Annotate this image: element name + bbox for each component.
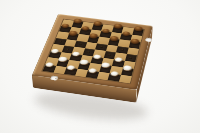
checkers-board xyxy=(41,19,145,84)
white-peg[interactable] xyxy=(66,65,76,71)
dark-peg[interactable] xyxy=(61,23,70,28)
white-peg[interactable] xyxy=(114,57,123,63)
peg-hole xyxy=(108,54,112,56)
white-peg[interactable] xyxy=(79,59,88,65)
dark-peg[interactable] xyxy=(134,26,143,31)
white-peg[interactable] xyxy=(58,56,67,62)
board-square[interactable] xyxy=(119,74,132,83)
board-square[interactable] xyxy=(54,38,67,46)
peg-hole xyxy=(66,48,70,50)
dark-peg[interactable] xyxy=(68,30,77,35)
dark-peg[interactable] xyxy=(101,28,110,33)
dark-peg[interactable] xyxy=(122,31,131,36)
dark-peg[interactable] xyxy=(130,38,139,44)
peg-hole xyxy=(99,46,103,48)
white-peg[interactable] xyxy=(123,65,132,71)
dark-peg[interactable] xyxy=(93,21,102,26)
box-lid-top xyxy=(32,14,153,90)
peg-hole xyxy=(129,57,133,59)
peg-hole xyxy=(87,51,91,53)
dark-peg[interactable] xyxy=(113,23,122,28)
peg-hole xyxy=(120,49,124,51)
white-peg[interactable] xyxy=(101,62,110,68)
peg-hole xyxy=(58,40,62,42)
photo-backdrop xyxy=(0,0,200,133)
white-peg[interactable] xyxy=(110,71,119,77)
dark-peg[interactable] xyxy=(73,18,82,23)
white-peg[interactable] xyxy=(44,62,54,68)
white-peg[interactable] xyxy=(88,68,97,74)
dark-peg[interactable] xyxy=(109,36,118,42)
white-peg[interactable] xyxy=(92,54,101,60)
checkers-box xyxy=(33,26,152,103)
peg-hole xyxy=(79,43,83,45)
white-peg[interactable] xyxy=(50,48,59,54)
dark-peg[interactable] xyxy=(81,26,90,31)
white-peg[interactable] xyxy=(71,51,80,57)
dark-peg[interactable] xyxy=(89,33,98,38)
